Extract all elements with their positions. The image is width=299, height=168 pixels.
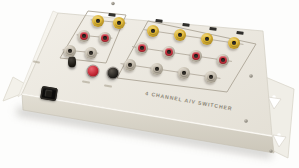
input-jack-audio-left-4 bbox=[205, 71, 217, 83]
output-jack-audio-right-1 bbox=[78, 30, 90, 42]
input-jack-audio-right-3 bbox=[190, 50, 202, 62]
output-jack-audio-right-2 bbox=[99, 32, 111, 44]
output-jack-video-2 bbox=[113, 17, 125, 29]
input-jack-audio-left-1 bbox=[124, 59, 136, 71]
push-button-black bbox=[108, 68, 119, 79]
screw-bottom-right bbox=[269, 149, 272, 152]
output-label-mark-1 bbox=[108, 12, 115, 16]
input-jack-video-1 bbox=[147, 25, 159, 37]
push-button-small-black bbox=[68, 57, 76, 68]
input-jack-video-4 bbox=[228, 37, 240, 49]
screw-right-upper bbox=[249, 74, 253, 78]
input-jack-audio-left-3 bbox=[178, 67, 190, 79]
screw-right-lower bbox=[244, 119, 248, 123]
av-switcher-photo: 4 CHANNEL A/V SWITCHER bbox=[0, 0, 299, 168]
output-jack-video-1 bbox=[92, 15, 104, 27]
input-jack-audio-left-2 bbox=[151, 63, 163, 75]
input-jack-audio-right-2 bbox=[163, 46, 175, 58]
input-jack-audio-right-4 bbox=[217, 54, 229, 66]
screw-top bbox=[111, 2, 114, 5]
output-jack-audio-left-2 bbox=[85, 47, 97, 59]
input-jack-audio-right-1 bbox=[136, 42, 148, 54]
power-switch bbox=[40, 86, 58, 101]
push-button-red bbox=[88, 66, 99, 77]
input-jack-video-2 bbox=[174, 29, 186, 41]
output-jack-audio-left-1 bbox=[64, 45, 76, 57]
input-jack-video-3 bbox=[201, 33, 213, 45]
